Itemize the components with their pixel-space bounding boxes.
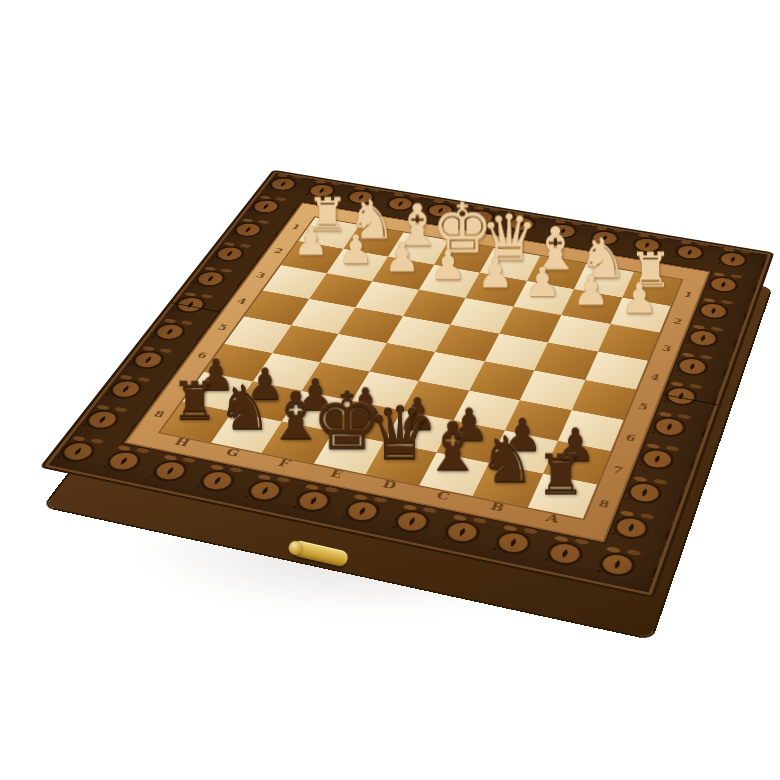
white-pawn-icon: ♟ [477,254,513,294]
black-knight-icon: ♞ [478,428,535,492]
white-pawn-icon: ♟ [338,230,373,269]
white-pawn-icon: ♟ [384,238,420,278]
fold-seam-left [171,302,222,312]
black-bishop-icon: ♝ [422,414,483,482]
black-rook-icon: ♜ [536,447,586,502]
white-pawn-icon: ♟ [572,271,608,312]
fold-seam-right [661,394,718,406]
white-pawn-icon: ♟ [524,262,560,302]
black-rook-icon: ♜ [171,375,218,428]
white-pawn-icon: ♟ [621,279,658,320]
black-knight-icon: ♞ [217,377,272,438]
product-photo-stage: Hand-carved wooden folding chess board w… [0,0,780,780]
white-pawn-icon: ♟ [430,246,466,286]
